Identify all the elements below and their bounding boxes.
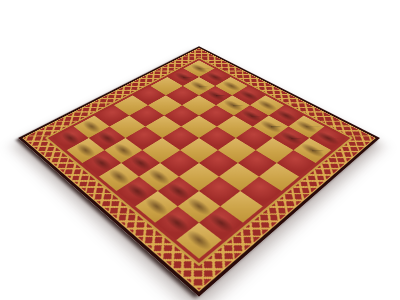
board-scene: ♜♟♞♟♝♟♛♟♚♟♝♟♟♞♜♟♟♜♞♟♟♝♟♛♟♚♟♝♟♞♟♜ bbox=[71, 10, 327, 266]
piece-black-pawn-h7[interactable]: ♟ bbox=[297, 119, 327, 153]
chess-board: ♜♟♞♟♝♟♛♟♚♟♝♟♟♞♜♟♟♜♞♟♟♝♟♛♟♚♟♝♟♞♟♜ bbox=[18, 46, 380, 297]
chess-set-photo: ♜♟♞♟♝♟♛♟♚♟♝♟♟♞♜♟♟♜♞♟♟♝♟♛♟♚♟♝♟♞♟♜ bbox=[0, 0, 400, 300]
piece-white-rook-h1[interactable]: ♜ bbox=[181, 204, 216, 243]
